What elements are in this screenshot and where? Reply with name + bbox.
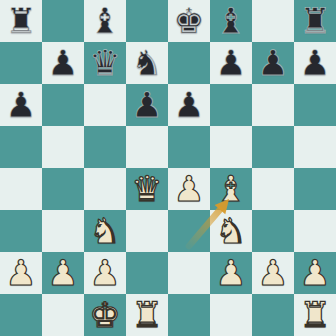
square-d1[interactable]: ♜: [126, 294, 168, 336]
square-a8[interactable]: ♜: [0, 0, 42, 42]
square-g2[interactable]: ♟: [252, 252, 294, 294]
square-h3[interactable]: [294, 210, 336, 252]
square-e3[interactable]: [168, 210, 210, 252]
square-h5[interactable]: [294, 126, 336, 168]
piece-black-pawn[interactable]: ♟: [257, 42, 288, 84]
square-f6[interactable]: [210, 84, 252, 126]
square-c8[interactable]: ♝: [84, 0, 126, 42]
piece-white-pawn[interactable]: ♟: [89, 252, 120, 294]
piece-white-knight[interactable]: ♞: [89, 210, 120, 252]
piece-white-pawn[interactable]: ♟: [299, 252, 330, 294]
square-b5[interactable]: [42, 126, 84, 168]
square-c7[interactable]: ♛: [84, 42, 126, 84]
square-a1[interactable]: [0, 294, 42, 336]
square-b4[interactable]: [42, 168, 84, 210]
square-f2[interactable]: ♟: [210, 252, 252, 294]
square-h2[interactable]: ♟: [294, 252, 336, 294]
square-g8[interactable]: [252, 0, 294, 42]
square-f7[interactable]: ♟: [210, 42, 252, 84]
piece-white-pawn[interactable]: ♟: [173, 168, 204, 210]
square-e8[interactable]: ♚: [168, 0, 210, 42]
square-b1[interactable]: [42, 294, 84, 336]
square-a5[interactable]: [0, 126, 42, 168]
square-b2[interactable]: ♟: [42, 252, 84, 294]
piece-white-knight[interactable]: ♞: [215, 210, 246, 252]
square-g3[interactable]: [252, 210, 294, 252]
square-a4[interactable]: [0, 168, 42, 210]
square-f5[interactable]: [210, 126, 252, 168]
square-g5[interactable]: [252, 126, 294, 168]
piece-black-knight[interactable]: ♞: [131, 42, 162, 84]
square-c5[interactable]: [84, 126, 126, 168]
chess-board-container: ♜♝♚♝♜♟♛♞♟♟♟♟♟♟♛♟♝♞♞♟♟♟♟♟♟♚♜♜: [0, 0, 336, 336]
piece-white-pawn[interactable]: ♟: [5, 252, 36, 294]
square-e7[interactable]: [168, 42, 210, 84]
chess-board: ♜♝♚♝♜♟♛♞♟♟♟♟♟♟♛♟♝♞♞♟♟♟♟♟♟♚♜♜: [0, 0, 336, 336]
square-f4[interactable]: ♝: [210, 168, 252, 210]
piece-black-pawn[interactable]: ♟: [173, 84, 204, 126]
piece-white-rook[interactable]: ♜: [299, 294, 330, 336]
square-g4[interactable]: [252, 168, 294, 210]
square-e5[interactable]: [168, 126, 210, 168]
piece-white-pawn[interactable]: ♟: [215, 252, 246, 294]
square-h1[interactable]: ♜: [294, 294, 336, 336]
square-a3[interactable]: [0, 210, 42, 252]
square-f8[interactable]: ♝: [210, 0, 252, 42]
piece-white-pawn[interactable]: ♟: [47, 252, 78, 294]
square-c6[interactable]: [84, 84, 126, 126]
square-d8[interactable]: [126, 0, 168, 42]
square-f1[interactable]: [210, 294, 252, 336]
square-a7[interactable]: [0, 42, 42, 84]
piece-white-pawn[interactable]: ♟: [257, 252, 288, 294]
square-d4[interactable]: ♛: [126, 168, 168, 210]
piece-black-rook[interactable]: ♜: [5, 0, 36, 42]
square-h4[interactable]: [294, 168, 336, 210]
square-d2[interactable]: [126, 252, 168, 294]
piece-black-pawn[interactable]: ♟: [5, 84, 36, 126]
square-a6[interactable]: ♟: [0, 84, 42, 126]
square-h8[interactable]: ♜: [294, 0, 336, 42]
piece-white-king[interactable]: ♚: [89, 294, 120, 336]
square-c4[interactable]: [84, 168, 126, 210]
square-c2[interactable]: ♟: [84, 252, 126, 294]
square-c3[interactable]: ♞: [84, 210, 126, 252]
piece-white-rook[interactable]: ♜: [131, 294, 162, 336]
square-b3[interactable]: [42, 210, 84, 252]
square-g1[interactable]: [252, 294, 294, 336]
square-c1[interactable]: ♚: [84, 294, 126, 336]
piece-black-pawn[interactable]: ♟: [47, 42, 78, 84]
piece-black-rook[interactable]: ♜: [299, 0, 330, 42]
square-a2[interactable]: ♟: [0, 252, 42, 294]
square-f3[interactable]: ♞: [210, 210, 252, 252]
square-g7[interactable]: ♟: [252, 42, 294, 84]
piece-black-king[interactable]: ♚: [173, 0, 204, 42]
square-h7[interactable]: ♟: [294, 42, 336, 84]
square-g6[interactable]: [252, 84, 294, 126]
piece-white-bishop[interactable]: ♝: [215, 168, 246, 210]
piece-black-queen[interactable]: ♛: [89, 42, 120, 84]
square-b7[interactable]: ♟: [42, 42, 84, 84]
square-e6[interactable]: ♟: [168, 84, 210, 126]
square-d3[interactable]: [126, 210, 168, 252]
piece-white-queen[interactable]: ♛: [131, 168, 162, 210]
square-d7[interactable]: ♞: [126, 42, 168, 84]
piece-black-pawn[interactable]: ♟: [215, 42, 246, 84]
piece-black-pawn[interactable]: ♟: [299, 42, 330, 84]
square-e1[interactable]: [168, 294, 210, 336]
square-e4[interactable]: ♟: [168, 168, 210, 210]
square-d5[interactable]: [126, 126, 168, 168]
square-h6[interactable]: [294, 84, 336, 126]
square-e2[interactable]: [168, 252, 210, 294]
piece-black-bishop[interactable]: ♝: [215, 0, 246, 42]
square-d6[interactable]: ♟: [126, 84, 168, 126]
square-b8[interactable]: [42, 0, 84, 42]
piece-black-bishop[interactable]: ♝: [89, 0, 120, 42]
piece-black-pawn[interactable]: ♟: [131, 84, 162, 126]
square-b6[interactable]: [42, 84, 84, 126]
